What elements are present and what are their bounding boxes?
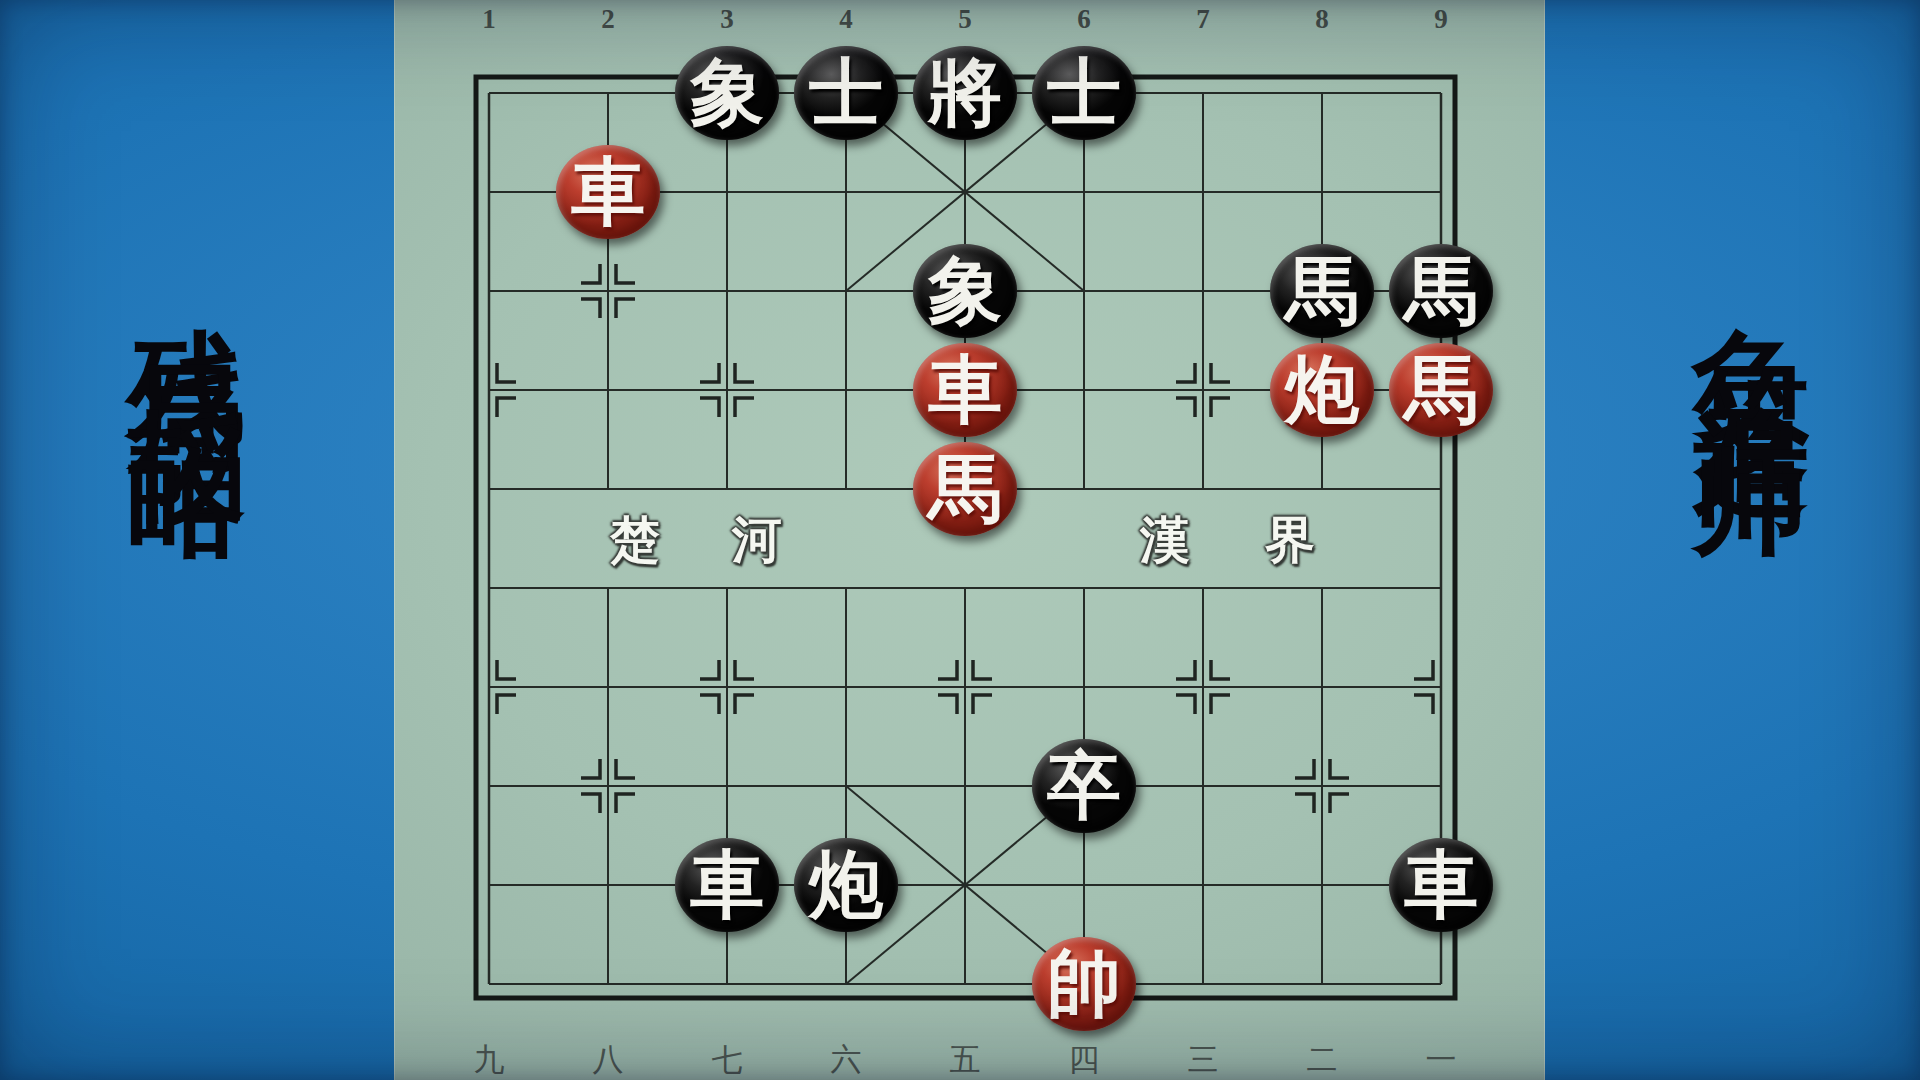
piece-red-cannon[interactable]: 炮 xyxy=(1270,343,1374,437)
star-point-mark xyxy=(497,398,516,417)
river-char: 漢 xyxy=(1140,507,1190,574)
file-label-bottom-5: 五 xyxy=(950,1039,981,1080)
star-point-mark xyxy=(581,794,600,813)
file-label-bottom-1: 九 xyxy=(474,1039,505,1080)
star-point-mark xyxy=(1295,759,1314,778)
star-point-mark xyxy=(973,660,992,679)
piece-black-elephant[interactable]: 象 xyxy=(675,46,779,140)
star-point-mark xyxy=(1211,363,1230,382)
river-char: 界 xyxy=(1265,507,1315,574)
star-point-mark xyxy=(616,794,635,813)
file-label-top-1: 1 xyxy=(482,4,496,35)
star-point-mark xyxy=(581,264,600,283)
star-point-mark xyxy=(1211,398,1230,417)
piece-char: 馬 xyxy=(1404,254,1478,328)
piece-char: 馬 xyxy=(1285,254,1359,328)
piece-char: 車 xyxy=(1404,848,1478,922)
file-label-bottom-2: 八 xyxy=(593,1039,624,1080)
star-point-mark xyxy=(735,695,754,714)
star-point-mark xyxy=(497,660,516,679)
file-label-top-6: 6 xyxy=(1077,4,1091,35)
star-point-mark xyxy=(581,759,600,778)
piece-black-advisor[interactable]: 士 xyxy=(1032,46,1136,140)
file-label-bottom-6: 四 xyxy=(1069,1039,1100,1080)
piece-char: 馬 xyxy=(1404,353,1478,427)
file-label-top-7: 7 xyxy=(1196,4,1210,35)
file-label-top-4: 4 xyxy=(839,4,853,35)
file-label-top-9: 9 xyxy=(1434,4,1448,35)
piece-black-general[interactable]: 將 xyxy=(913,46,1017,140)
star-point-mark xyxy=(735,363,754,382)
star-point-mark xyxy=(735,398,754,417)
piece-black-cannon[interactable]: 炮 xyxy=(794,838,898,932)
star-point-mark xyxy=(1330,794,1349,813)
piece-red-horse[interactable]: 馬 xyxy=(913,442,1017,536)
star-point-mark xyxy=(1176,363,1195,382)
star-point-mark xyxy=(1176,660,1195,679)
star-point-mark xyxy=(616,264,635,283)
piece-black-horse[interactable]: 馬 xyxy=(1270,244,1374,338)
piece-char: 車 xyxy=(690,848,764,922)
file-label-bottom-9: 一 xyxy=(1426,1039,1457,1080)
river-char: 河 xyxy=(732,507,782,574)
river-char: 楚 xyxy=(610,507,660,574)
piece-char: 士 xyxy=(809,56,883,130)
star-point-mark xyxy=(581,299,600,318)
star-point-mark xyxy=(1176,398,1195,417)
piece-char: 士 xyxy=(1047,56,1121,130)
right-panel-title: 负笈追师 xyxy=(1693,232,1811,392)
star-point-mark xyxy=(700,660,719,679)
screen: { "game": "xiangqi", "position": { "fen"… xyxy=(0,0,1920,1080)
star-point-mark xyxy=(1330,759,1349,778)
star-point-mark xyxy=(938,660,957,679)
star-point-mark xyxy=(700,695,719,714)
star-point-mark xyxy=(700,398,719,417)
piece-black-chariot[interactable]: 車 xyxy=(675,838,779,932)
piece-char: 卒 xyxy=(1047,749,1121,823)
piece-char: 帥 xyxy=(1047,947,1121,1021)
piece-red-horse[interactable]: 馬 xyxy=(1389,343,1493,437)
file-label-bottom-8: 二 xyxy=(1307,1039,1338,1080)
piece-char: 車 xyxy=(928,353,1002,427)
star-point-mark xyxy=(1414,660,1433,679)
piece-black-elephant[interactable]: 象 xyxy=(913,244,1017,338)
file-label-top-8: 8 xyxy=(1315,4,1329,35)
star-point-mark xyxy=(616,759,635,778)
file-label-top-3: 3 xyxy=(720,4,734,35)
file-label-bottom-4: 六 xyxy=(831,1039,862,1080)
piece-red-general[interactable]: 帥 xyxy=(1032,937,1136,1031)
star-point-mark xyxy=(497,363,516,382)
piece-char: 象 xyxy=(690,56,764,130)
star-point-mark xyxy=(938,695,957,714)
piece-red-chariot[interactable]: 車 xyxy=(913,343,1017,437)
star-point-mark xyxy=(497,695,516,714)
star-point-mark xyxy=(1295,794,1314,813)
star-point-mark xyxy=(616,299,635,318)
piece-char: 炮 xyxy=(809,848,883,922)
piece-char: 炮 xyxy=(1285,353,1359,427)
piece-red-chariot[interactable]: 車 xyxy=(556,145,660,239)
piece-char: 將 xyxy=(928,56,1002,130)
file-label-top-2: 2 xyxy=(601,4,615,35)
star-point-mark xyxy=(1211,660,1230,679)
star-point-mark xyxy=(1176,695,1195,714)
file-label-bottom-3: 七 xyxy=(712,1039,743,1080)
piece-char: 馬 xyxy=(928,452,1002,526)
left-panel-title: 残局韬略 xyxy=(129,232,247,392)
star-point-mark xyxy=(973,695,992,714)
star-point-mark xyxy=(700,363,719,382)
star-point-mark xyxy=(1414,695,1433,714)
board-grid xyxy=(0,0,1920,1080)
star-point-mark xyxy=(735,660,754,679)
piece-char: 象 xyxy=(928,254,1002,328)
piece-black-chariot[interactable]: 車 xyxy=(1389,838,1493,932)
star-point-mark xyxy=(1211,695,1230,714)
file-label-bottom-7: 三 xyxy=(1188,1039,1219,1080)
piece-char: 車 xyxy=(571,155,645,229)
piece-black-advisor[interactable]: 士 xyxy=(794,46,898,140)
piece-black-soldier[interactable]: 卒 xyxy=(1032,739,1136,833)
file-label-top-5: 5 xyxy=(958,4,972,35)
piece-black-horse[interactable]: 馬 xyxy=(1389,244,1493,338)
